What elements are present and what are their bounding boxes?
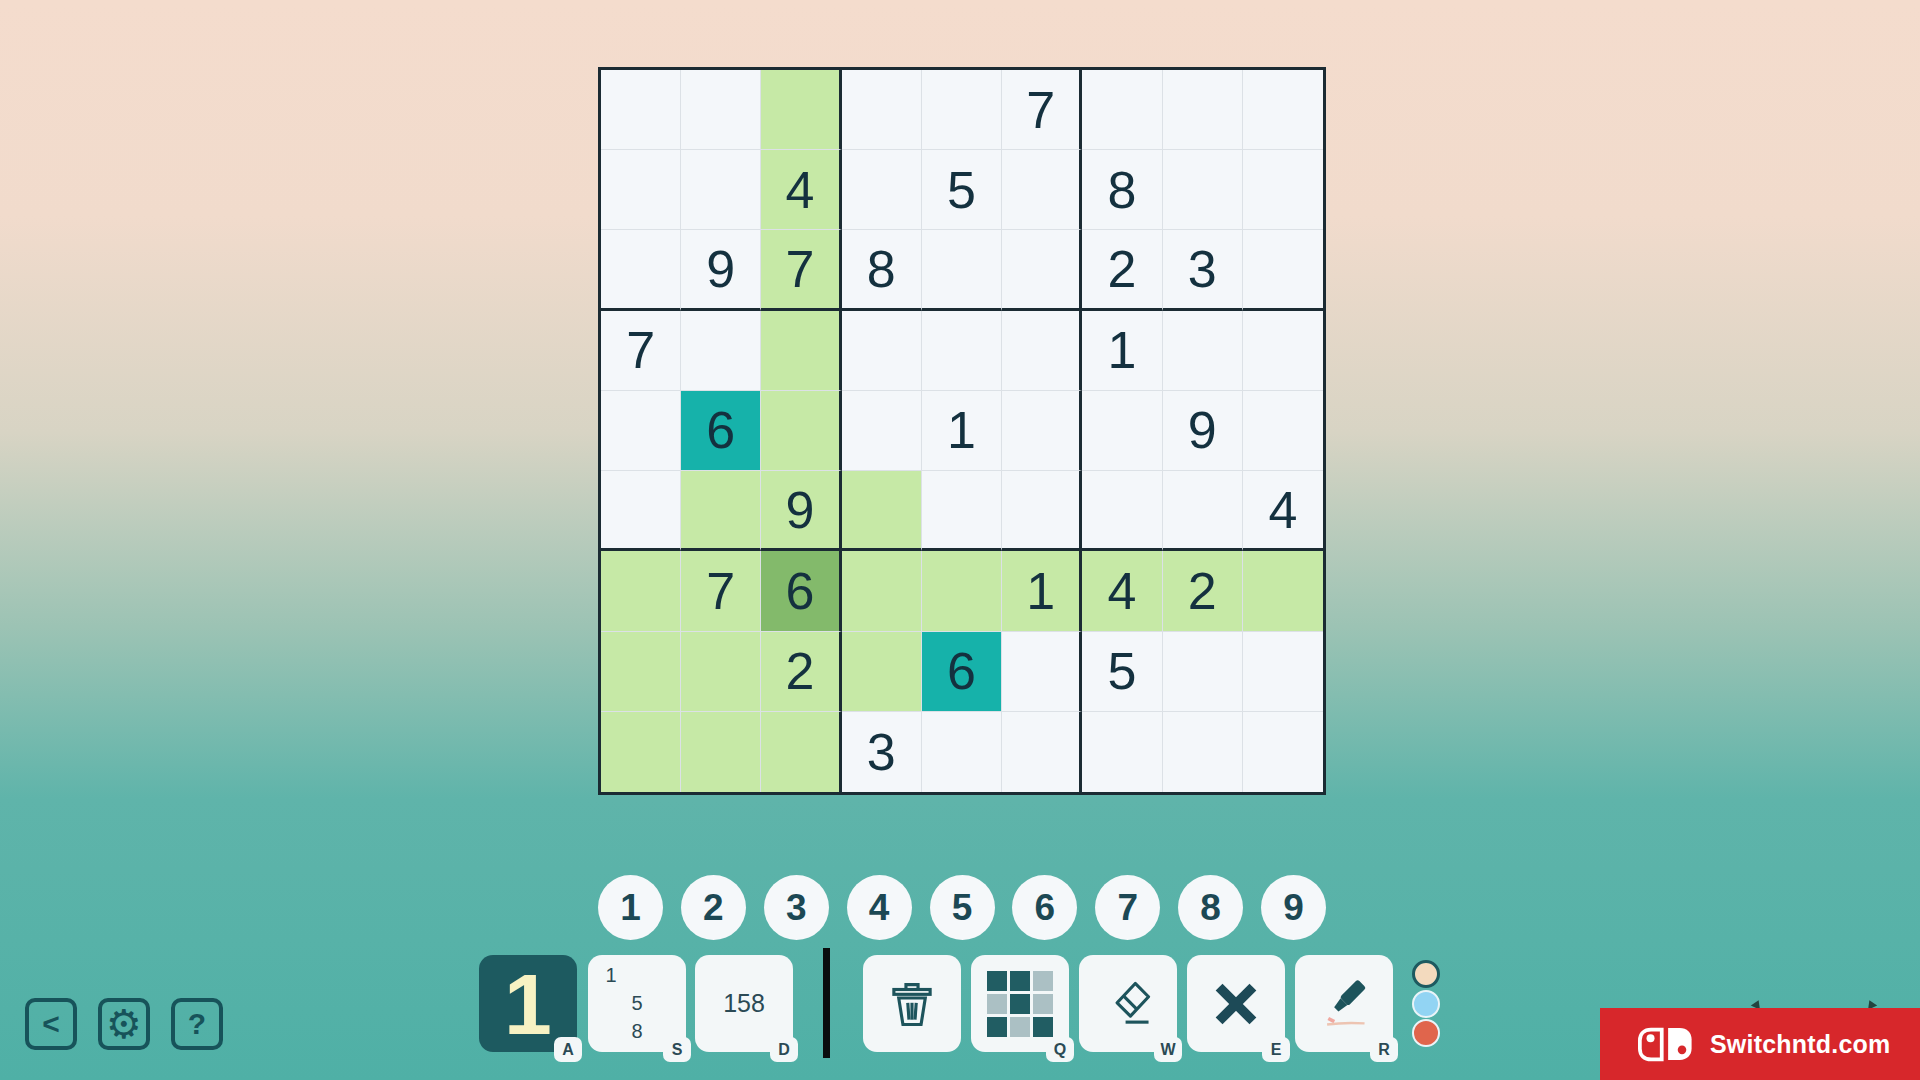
grid-tool-square-1 — [987, 971, 1007, 991]
nav-buttons: < ⚙ ? — [25, 998, 223, 1050]
pencil-candidate-5: 5 — [624, 990, 650, 1018]
cell-r5c5[interactable]: 1 — [922, 391, 1002, 471]
cell-r3c6[interactable] — [1002, 230, 1082, 310]
cell-r8c9[interactable] — [1243, 632, 1323, 712]
numpad-button-9[interactable]: 9 — [1261, 875, 1326, 940]
cell-r8c1[interactable] — [601, 632, 681, 712]
grid-tool-square-6 — [1033, 994, 1053, 1014]
grid-tool-square-3 — [1033, 971, 1053, 991]
cell-r1c9[interactable] — [1243, 70, 1323, 150]
sudoku-board: 7458978237161994761422653 — [598, 67, 1326, 795]
selected-number-tile[interactable]: 1 A — [479, 955, 577, 1052]
cell-r6c3[interactable]: 9 — [761, 471, 841, 551]
eraser-icon — [1099, 975, 1157, 1033]
cell-r4c7[interactable]: 1 — [1082, 311, 1162, 391]
cell-r1c1[interactable] — [601, 70, 681, 150]
cell-r1c4[interactable] — [842, 70, 922, 150]
eraser-button[interactable]: W — [1079, 955, 1177, 1052]
cell-r3c7[interactable]: 2 — [1082, 230, 1162, 310]
cell-r7c1[interactable] — [601, 551, 681, 631]
color-dot-coral[interactable] — [1412, 1019, 1440, 1047]
cell-r2c2[interactable] — [681, 150, 761, 230]
numpad-button-6[interactable]: 6 — [1012, 875, 1077, 940]
pencil-candidate-4 — [598, 990, 624, 1018]
back-button[interactable]: < — [25, 998, 77, 1050]
selected-number: 1 — [504, 961, 552, 1047]
cell-r7c3[interactable]: 6 — [761, 551, 841, 631]
cell-r2c4[interactable] — [842, 150, 922, 230]
grid-tool-icon — [987, 971, 1053, 1037]
cell-r1c7[interactable] — [1082, 70, 1162, 150]
cell-r4c3[interactable] — [761, 311, 841, 391]
cell-r2c1[interactable] — [601, 150, 681, 230]
cell-r3c1[interactable] — [601, 230, 681, 310]
gear-icon: ⚙ — [106, 1004, 142, 1044]
pencil-candidate-1: 1 — [598, 962, 624, 990]
back-icon: < — [42, 1007, 60, 1041]
marker-button[interactable]: R — [1295, 955, 1393, 1052]
cell-r4c2[interactable] — [681, 311, 761, 391]
nintendo-switch-logo — [1634, 1015, 1698, 1073]
cell-r6c6[interactable] — [1002, 471, 1082, 551]
hotkey-badge-d: D — [770, 1037, 798, 1062]
hotkey-badge-s: S — [663, 1037, 691, 1062]
numpad-button-5[interactable]: 5 — [930, 875, 995, 940]
banner-text: Switchntd.com — [1710, 1030, 1890, 1059]
cell-r5c4[interactable] — [842, 391, 922, 471]
cell-r8c3[interactable]: 2 — [761, 632, 841, 712]
cell-r4c9[interactable] — [1243, 311, 1323, 391]
color-dot-cream[interactable] — [1412, 960, 1440, 988]
settings-button[interactable]: ⚙ — [98, 998, 150, 1050]
cell-r6c1[interactable] — [601, 471, 681, 551]
hotkey-badge-r: R — [1370, 1037, 1398, 1062]
cell-r6c5[interactable] — [922, 471, 1002, 551]
cell-r9c7[interactable] — [1082, 712, 1162, 792]
cell-r8c6[interactable] — [1002, 632, 1082, 712]
hotkey-badge-a: A — [554, 1037, 582, 1062]
grid-tool-square-8 — [1010, 1017, 1030, 1037]
cell-r4c6[interactable] — [1002, 311, 1082, 391]
cell-r4c1[interactable]: 7 — [601, 311, 681, 391]
cell-r9c3[interactable] — [761, 712, 841, 792]
cell-r7c9[interactable] — [1243, 551, 1323, 631]
grid-tool-square-4 — [987, 994, 1007, 1014]
cell-r2c3[interactable]: 4 — [761, 150, 841, 230]
grid-tool-square-9 — [1033, 1017, 1053, 1037]
marker-icon — [1315, 975, 1373, 1033]
cell-r7c8[interactable]: 2 — [1163, 551, 1243, 631]
cell-r3c8[interactable]: 3 — [1163, 230, 1243, 310]
color-dot-blue[interactable] — [1412, 990, 1440, 1018]
small-value-tile[interactable]: 158 D — [695, 955, 793, 1052]
cell-r8c7[interactable]: 5 — [1082, 632, 1162, 712]
cell-r6c2[interactable] — [681, 471, 761, 551]
cell-r9c4[interactable]: 3 — [842, 712, 922, 792]
grid-tool-square-5 — [1010, 994, 1030, 1014]
cell-r9c9[interactable] — [1243, 712, 1323, 792]
pencil-candidate-6 — [650, 990, 676, 1018]
trash-icon — [883, 975, 941, 1033]
trash-button[interactable] — [863, 955, 961, 1052]
cell-r7c7[interactable]: 4 — [1082, 551, 1162, 631]
cell-r2c5[interactable]: 5 — [922, 150, 1002, 230]
cell-r6c7[interactable] — [1082, 471, 1162, 551]
clear-button[interactable]: E — [1187, 955, 1285, 1052]
cell-r7c6[interactable]: 1 — [1002, 551, 1082, 631]
cell-r2c6[interactable] — [1002, 150, 1082, 230]
cell-r1c8[interactable] — [1163, 70, 1243, 150]
help-button[interactable]: ? — [171, 998, 223, 1050]
cell-r8c5[interactable]: 6 — [922, 632, 1002, 712]
cell-r6c4[interactable] — [842, 471, 922, 551]
small-value: 158 — [723, 989, 765, 1018]
cell-r4c5[interactable] — [922, 311, 1002, 391]
hotkey-badge-e: E — [1262, 1037, 1290, 1062]
cell-r7c4[interactable] — [842, 551, 922, 631]
grid-tool-square-7 — [987, 1017, 1007, 1037]
grid-color-tool-button[interactable]: Q — [971, 955, 1069, 1052]
pencil-candidate-8: 8 — [624, 1017, 650, 1045]
number-pad: 123456789 — [598, 875, 1326, 940]
cell-r2c9[interactable] — [1243, 150, 1323, 230]
cell-r2c7[interactable]: 8 — [1082, 150, 1162, 230]
cell-r5c8[interactable]: 9 — [1163, 391, 1243, 471]
cell-r1c2[interactable] — [681, 70, 761, 150]
cell-r4c4[interactable] — [842, 311, 922, 391]
cell-r5c3[interactable] — [761, 391, 841, 471]
cell-r5c2[interactable]: 6 — [681, 391, 761, 471]
pencil-candidate-3 — [650, 962, 676, 990]
cell-r2c8[interactable] — [1163, 150, 1243, 230]
cell-r1c3[interactable] — [761, 70, 841, 150]
cell-r3c2[interactable]: 9 — [681, 230, 761, 310]
cell-r1c6[interactable]: 7 — [1002, 70, 1082, 150]
clear-x-icon — [1207, 975, 1265, 1033]
cell-r3c5[interactable] — [922, 230, 1002, 310]
hotkey-badge-w: W — [1154, 1037, 1182, 1062]
hotkey-badge-q: Q — [1046, 1037, 1074, 1062]
cell-r7c2[interactable]: 7 — [681, 551, 761, 631]
cell-r9c6[interactable] — [1002, 712, 1082, 792]
cell-r8c4[interactable] — [842, 632, 922, 712]
pencil-mark-tile[interactable]: 158S — [588, 955, 686, 1052]
cell-r9c5[interactable] — [922, 712, 1002, 792]
cell-r6c8[interactable] — [1163, 471, 1243, 551]
toolbar-divider — [823, 948, 830, 1058]
cell-r9c8[interactable] — [1163, 712, 1243, 792]
numpad-button-3[interactable]: 3 — [764, 875, 829, 940]
cell-r8c8[interactable] — [1163, 632, 1243, 712]
cell-r5c7[interactable] — [1082, 391, 1162, 471]
cell-r7c5[interactable] — [922, 551, 1002, 631]
cell-r1c5[interactable] — [922, 70, 1002, 150]
cell-r5c6[interactable] — [1002, 391, 1082, 471]
cell-r3c3[interactable]: 7 — [761, 230, 841, 310]
cell-r9c2[interactable] — [681, 712, 761, 792]
numpad-button-8[interactable]: 8 — [1178, 875, 1243, 940]
cell-r8c2[interactable] — [681, 632, 761, 712]
numpad-button-1[interactable]: 1 — [598, 875, 663, 940]
pencil-candidate-7 — [598, 1017, 624, 1045]
cell-r3c9[interactable] — [1243, 230, 1323, 310]
cell-r5c1[interactable] — [601, 391, 681, 471]
cell-r3c4[interactable]: 8 — [842, 230, 922, 310]
help-icon: ? — [188, 1007, 206, 1041]
cell-r5c9[interactable] — [1243, 391, 1323, 471]
grid-tool-square-2 — [1010, 971, 1030, 991]
switchntd-banner[interactable]: Switchntd.com — [1600, 1008, 1920, 1080]
pencil-candidate-2 — [624, 962, 650, 990]
cell-r9c1[interactable] — [601, 712, 681, 792]
cell-r6c9[interactable]: 4 — [1243, 471, 1323, 551]
cell-r4c8[interactable] — [1163, 311, 1243, 391]
numpad-button-4[interactable]: 4 — [847, 875, 912, 940]
numpad-button-2[interactable]: 2 — [681, 875, 746, 940]
numpad-button-7[interactable]: 7 — [1095, 875, 1160, 940]
